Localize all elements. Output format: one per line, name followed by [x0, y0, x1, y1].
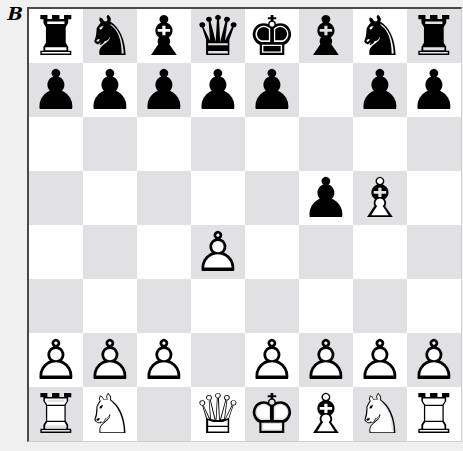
piece-white-queen-d1[interactable]: ♛♕: [191, 387, 245, 441]
piece-white-rook-a1[interactable]: ♜♖: [29, 387, 83, 441]
square-h4[interactable]: [407, 225, 461, 279]
square-d6[interactable]: [191, 117, 245, 171]
piece-white-bishop-f1[interactable]: ♝♗: [299, 387, 353, 441]
piece-white-pawn-b2[interactable]: ♟♙: [83, 333, 137, 387]
square-f8[interactable]: ♝: [299, 9, 353, 63]
square-a3[interactable]: [29, 279, 83, 333]
square-b8[interactable]: ♞: [83, 9, 137, 63]
square-h8[interactable]: ♜: [407, 9, 461, 63]
white-piece-outline-glyph: ♗: [353, 171, 407, 225]
square-e3[interactable]: [245, 279, 299, 333]
square-e6[interactable]: [245, 117, 299, 171]
white-piece-outline-glyph: ♖: [29, 387, 83, 441]
piece-white-pawn-a2[interactable]: ♟♙: [29, 333, 83, 387]
piece-black-pawn-f5[interactable]: ♟: [299, 171, 353, 225]
square-f1[interactable]: ♝♗: [299, 387, 353, 441]
square-f7[interactable]: [299, 63, 353, 117]
square-d8[interactable]: ♛: [191, 9, 245, 63]
white-piece-outline-glyph: ♙: [83, 333, 137, 387]
square-b1[interactable]: ♞♘: [83, 387, 137, 441]
piece-white-pawn-d4[interactable]: ♟♙: [191, 225, 245, 279]
square-g3[interactable]: [353, 279, 407, 333]
square-a2[interactable]: ♟♙: [29, 333, 83, 387]
square-a7[interactable]: ♟: [29, 63, 83, 117]
piece-black-pawn-c7[interactable]: ♟: [137, 63, 191, 117]
square-c4[interactable]: [137, 225, 191, 279]
piece-black-queen-d8[interactable]: ♛: [191, 9, 245, 63]
square-d5[interactable]: [191, 171, 245, 225]
piece-white-pawn-g2[interactable]: ♟♙: [353, 333, 407, 387]
piece-white-pawn-f2[interactable]: ♟♙: [299, 333, 353, 387]
piece-black-pawn-b7[interactable]: ♟: [83, 63, 137, 117]
white-piece-outline-glyph: ♙: [353, 333, 407, 387]
piece-black-bishop-c8[interactable]: ♝: [137, 9, 191, 63]
square-d2[interactable]: [191, 333, 245, 387]
square-a1[interactable]: ♜♖: [29, 387, 83, 441]
square-a4[interactable]: [29, 225, 83, 279]
square-h3[interactable]: [407, 279, 461, 333]
white-piece-outline-glyph: ♗: [299, 387, 353, 441]
white-piece-outline-glyph: ♘: [83, 387, 137, 441]
piece-white-king-e1[interactable]: ♚♔: [245, 387, 299, 441]
piece-black-knight-g8[interactable]: ♞: [353, 9, 407, 63]
square-b3[interactable]: [83, 279, 137, 333]
square-h1[interactable]: ♜♖: [407, 387, 461, 441]
white-piece-outline-glyph: ♙: [407, 333, 461, 387]
square-c5[interactable]: [137, 171, 191, 225]
square-g7[interactable]: ♟: [353, 63, 407, 117]
square-h6[interactable]: [407, 117, 461, 171]
move-indicator: B: [6, 3, 21, 24]
square-d4[interactable]: ♟♙: [191, 225, 245, 279]
chess-board[interactable]: ♜♞♝♛♚♝♞♜♟♟♟♟♟♟♟♟♝♗♟♙♟♙♟♙♟♙♟♙♟♙♟♙♟♙♜♖♞♘♛♕…: [27, 7, 462, 442]
square-f5[interactable]: ♟: [299, 171, 353, 225]
square-f4[interactable]: [299, 225, 353, 279]
square-e4[interactable]: [245, 225, 299, 279]
piece-black-pawn-d7[interactable]: ♟: [191, 63, 245, 117]
piece-black-rook-a8[interactable]: ♜: [29, 9, 83, 63]
piece-black-rook-h8[interactable]: ♜: [407, 9, 461, 63]
square-b6[interactable]: [83, 117, 137, 171]
square-b5[interactable]: [83, 171, 137, 225]
square-g6[interactable]: [353, 117, 407, 171]
piece-black-knight-b8[interactable]: ♞: [83, 9, 137, 63]
piece-black-king-e8[interactable]: ♚: [245, 9, 299, 63]
white-piece-outline-glyph: ♕: [191, 387, 245, 441]
square-g4[interactable]: [353, 225, 407, 279]
white-piece-outline-glyph: ♖: [407, 387, 461, 441]
square-e7[interactable]: ♟: [245, 63, 299, 117]
square-a6[interactable]: [29, 117, 83, 171]
square-e5[interactable]: [245, 171, 299, 225]
square-c7[interactable]: ♟: [137, 63, 191, 117]
square-g8[interactable]: ♞: [353, 9, 407, 63]
square-e1[interactable]: ♚♔: [245, 387, 299, 441]
square-a5[interactable]: [29, 171, 83, 225]
square-d7[interactable]: ♟: [191, 63, 245, 117]
square-d3[interactable]: [191, 279, 245, 333]
piece-black-pawn-g7[interactable]: ♟: [353, 63, 407, 117]
white-piece-outline-glyph: ♙: [29, 333, 83, 387]
piece-black-pawn-e7[interactable]: ♟: [245, 63, 299, 117]
square-c6[interactable]: [137, 117, 191, 171]
square-e2[interactable]: ♟♙: [245, 333, 299, 387]
square-h7[interactable]: ♟: [407, 63, 461, 117]
square-g2[interactable]: ♟♙: [353, 333, 407, 387]
white-piece-outline-glyph: ♘: [353, 387, 407, 441]
square-d1[interactable]: ♛♕: [191, 387, 245, 441]
piece-white-rook-h1[interactable]: ♜♖: [407, 387, 461, 441]
square-e8[interactable]: ♚: [245, 9, 299, 63]
square-c8[interactable]: ♝: [137, 9, 191, 63]
square-b7[interactable]: ♟: [83, 63, 137, 117]
square-b2[interactable]: ♟♙: [83, 333, 137, 387]
piece-white-knight-b1[interactable]: ♞♘: [83, 387, 137, 441]
square-f6[interactable]: [299, 117, 353, 171]
white-piece-outline-glyph: ♔: [245, 387, 299, 441]
square-a8[interactable]: ♜: [29, 9, 83, 63]
square-g1[interactable]: ♞♘: [353, 387, 407, 441]
white-piece-outline-glyph: ♙: [299, 333, 353, 387]
square-c3[interactable]: [137, 279, 191, 333]
piece-white-pawn-e2[interactable]: ♟♙: [245, 333, 299, 387]
piece-white-pawn-c2[interactable]: ♟♙: [137, 333, 191, 387]
piece-black-pawn-a7[interactable]: ♟: [29, 63, 83, 117]
piece-white-pawn-h2[interactable]: ♟♙: [407, 333, 461, 387]
square-h2[interactable]: ♟♙: [407, 333, 461, 387]
square-g5[interactable]: ♝♗: [353, 171, 407, 225]
white-piece-outline-glyph: ♙: [191, 225, 245, 279]
square-f3[interactable]: [299, 279, 353, 333]
square-f2[interactable]: ♟♙: [299, 333, 353, 387]
square-b4[interactable]: [83, 225, 137, 279]
piece-black-bishop-f8[interactable]: ♝: [299, 9, 353, 63]
white-piece-outline-glyph: ♙: [137, 333, 191, 387]
piece-black-pawn-h7[interactable]: ♟: [407, 63, 461, 117]
square-c1[interactable]: [137, 387, 191, 441]
piece-white-knight-g1[interactable]: ♞♘: [353, 387, 407, 441]
square-h5[interactable]: [407, 171, 461, 225]
piece-white-bishop-g5[interactable]: ♝♗: [353, 171, 407, 225]
square-c2[interactable]: ♟♙: [137, 333, 191, 387]
white-piece-outline-glyph: ♙: [245, 333, 299, 387]
